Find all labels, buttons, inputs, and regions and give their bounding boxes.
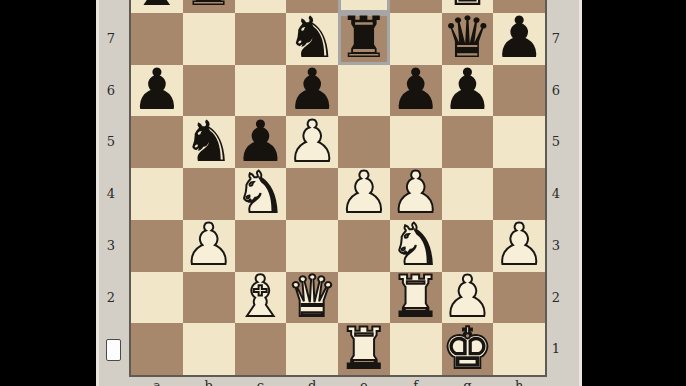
file-label-d: d (305, 378, 319, 386)
white-pawn[interactable]: ♟ (287, 113, 338, 170)
rank-label-left-6: 6 (104, 83, 118, 99)
file-label-a: a (150, 378, 164, 386)
square-g1[interactable]: ♚ (442, 323, 494, 375)
white-queen[interactable]: ♛ (287, 268, 338, 325)
square-b3[interactable]: ♟ (183, 220, 235, 272)
black-pawn[interactable]: ♟ (442, 61, 493, 118)
square-h3[interactable]: ♟ (493, 220, 545, 272)
square-e1[interactable]: ♜ (338, 323, 390, 375)
white-pawn[interactable]: ♟ (183, 216, 234, 273)
square-h1[interactable] (493, 323, 545, 375)
square-b8[interactable]: ♜ (183, 0, 235, 13)
square-h6[interactable] (493, 65, 545, 117)
file-label-e: e (357, 378, 371, 386)
rank-label-left-7: 7 (104, 31, 118, 47)
white-pawn[interactable]: ♟ (494, 216, 545, 273)
black-pawn[interactable]: ♟ (131, 61, 182, 118)
side-to-move-indicator (106, 339, 121, 361)
black-rook[interactable]: ♜ (338, 9, 389, 66)
square-e7[interactable]: ♜ (338, 13, 390, 65)
square-f1[interactable] (390, 323, 442, 375)
rank-label-left-3: 3 (104, 238, 118, 254)
rank-label-left-5: 5 (104, 134, 118, 150)
rank-label-right-5: 5 (549, 134, 563, 150)
square-c4[interactable]: ♞ (235, 168, 287, 220)
file-label-g: g (460, 378, 474, 386)
square-c7[interactable] (235, 13, 287, 65)
square-g6[interactable]: ♟ (442, 65, 494, 117)
square-a5[interactable] (131, 116, 183, 168)
square-a2[interactable] (131, 272, 183, 324)
square-d1[interactable] (286, 323, 338, 375)
square-c8[interactable] (235, 0, 287, 13)
white-king[interactable]: ♚ (442, 320, 493, 377)
square-c2[interactable]: ♝ (235, 272, 287, 324)
square-a1[interactable] (131, 323, 183, 375)
square-a6[interactable]: ♟ (131, 65, 183, 117)
file-label-b: b (202, 378, 216, 386)
square-d4[interactable] (286, 168, 338, 220)
square-b2[interactable] (183, 272, 235, 324)
rank-label-left-2: 2 (104, 290, 118, 306)
square-c1[interactable] (235, 323, 287, 375)
square-f6[interactable]: ♟ (390, 65, 442, 117)
square-e4[interactable]: ♟ (338, 168, 390, 220)
file-label-h: h (512, 378, 526, 386)
square-f8[interactable] (390, 0, 442, 13)
white-knight[interactable]: ♞ (235, 164, 286, 221)
black-pawn[interactable]: ♟ (494, 9, 545, 66)
chess-board: ♝♜♚♞♜♛♟♟♟♟♟♞♟♟♞♟♟♟♞♟♝♛♜♟♜♚ (129, 0, 547, 377)
square-a8[interactable]: ♝ (131, 0, 183, 13)
square-d5[interactable]: ♟ (286, 116, 338, 168)
letterbox-left (0, 0, 96, 386)
white-rook[interactable]: ♜ (390, 268, 441, 325)
white-pawn[interactable]: ♟ (338, 164, 389, 221)
rank-label-right-4: 4 (549, 186, 563, 202)
file-label-c: c (253, 378, 267, 386)
square-a4[interactable] (131, 168, 183, 220)
square-e3[interactable] (338, 220, 390, 272)
square-h5[interactable] (493, 116, 545, 168)
white-rook[interactable]: ♜ (338, 320, 389, 377)
square-f2[interactable]: ♜ (390, 272, 442, 324)
rank-label-right-2: 2 (549, 290, 563, 306)
rank-label-right-7: 7 (549, 31, 563, 47)
rank-label-left-4: 4 (104, 186, 118, 202)
square-b5[interactable]: ♞ (183, 116, 235, 168)
rank-label-right-6: 6 (549, 83, 563, 99)
margin-edge-left (96, 0, 99, 386)
letterbox-right (582, 0, 686, 386)
rank-label-right-1: 1 (549, 341, 563, 357)
square-b7[interactable] (183, 13, 235, 65)
white-bishop[interactable]: ♝ (235, 268, 286, 325)
square-h7[interactable]: ♟ (493, 13, 545, 65)
square-h2[interactable] (493, 272, 545, 324)
square-d2[interactable]: ♛ (286, 272, 338, 324)
video-frame: ♝♜♚♞♜♛♟♟♟♟♟♞♟♟♞♟♟♟♞♟♝♛♜♟♜♚ 7654321765432… (0, 0, 686, 386)
black-knight[interactable]: ♞ (183, 113, 234, 170)
square-b1[interactable] (183, 323, 235, 375)
black-pawn[interactable]: ♟ (390, 61, 441, 118)
square-e6[interactable] (338, 65, 390, 117)
file-label-f: f (409, 378, 423, 386)
margin-edge-right (579, 0, 582, 386)
square-g5[interactable] (442, 116, 494, 168)
rank-label-right-3: 3 (549, 238, 563, 254)
square-g4[interactable] (442, 168, 494, 220)
square-a3[interactable] (131, 220, 183, 272)
